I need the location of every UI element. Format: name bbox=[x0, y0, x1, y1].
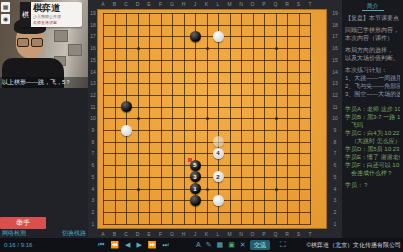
lesson-caption-overlay: 以上棋形——跳，飞，5？ bbox=[0, 77, 88, 88]
move-navigation-buttons: ⏮⏪◀▶⏩⏭ bbox=[98, 238, 169, 252]
stone-white-L5: 2 bbox=[213, 171, 224, 182]
board-tool-icon[interactable]: ▦ bbox=[217, 238, 224, 252]
webcam-background bbox=[54, 30, 68, 42]
grid-line-vertical bbox=[264, 13, 265, 225]
column-label-bottom: D bbox=[134, 231, 142, 238]
row-label-left: 8 bbox=[88, 139, 98, 146]
channel-logo-banner: 棋 棋弈道 少儿围棋公开课 名师直播讲堂 bbox=[20, 2, 82, 27]
row-label-left: 1 bbox=[88, 221, 98, 228]
row-label-left: 4 bbox=[88, 186, 98, 193]
grid-line-horizontal bbox=[103, 165, 311, 166]
stone-black-J5: 3 bbox=[190, 171, 201, 182]
star-point bbox=[275, 47, 278, 50]
chat-message: 学员B：黑3-7 一路 10:21 bbox=[345, 113, 400, 121]
star-point bbox=[275, 188, 278, 191]
chat-message: 学员D：黑5后 10:23 要 bbox=[345, 145, 400, 153]
row-label-right: 7 bbox=[330, 150, 340, 157]
erase-tool-icon[interactable]: ✕ bbox=[240, 238, 246, 252]
tab-lesson-info[interactable]: 简介 bbox=[362, 2, 384, 11]
star-point bbox=[137, 117, 140, 120]
row-label-right: 1 bbox=[330, 221, 340, 228]
column-label-bottom: A bbox=[99, 231, 107, 238]
grid-line-vertical bbox=[149, 13, 150, 225]
lesson-intro-text: 【复盘】本节课要点回顾已学棋形内容，本次内容（课件）布局方向的选择，以及大场价值… bbox=[345, 14, 400, 98]
column-label-bottom: S bbox=[295, 231, 303, 238]
intro-line: 1、大跳——一间跳用法 bbox=[345, 74, 400, 82]
column-label-bottom: K bbox=[203, 231, 211, 238]
area-tool-icon[interactable]: ▣ bbox=[228, 238, 235, 252]
row-label-right: 10 bbox=[330, 115, 340, 122]
grid-line-horizontal bbox=[103, 177, 311, 178]
intro-line: 【复盘】本节课要点 bbox=[345, 14, 400, 22]
move-number: 4 bbox=[216, 150, 219, 156]
chat-message: 学员C：白4为 10:22 bbox=[345, 129, 400, 137]
left-links-row: 网络检测切换线路 bbox=[2, 229, 86, 237]
grid-line-vertical bbox=[126, 13, 127, 225]
intro-line: 回顾已学棋形内容， bbox=[345, 26, 400, 34]
chat-message: 会连成什么样？ bbox=[345, 169, 400, 177]
row-label-left: 16 bbox=[88, 45, 98, 52]
ghost-stone-white-L8 bbox=[213, 136, 224, 147]
chat-message: 学员：？ bbox=[345, 181, 400, 189]
column-label-bottom: H bbox=[180, 231, 188, 238]
column-label-top: D bbox=[134, 1, 142, 8]
playback-time: 0:16 / 9:16 bbox=[4, 238, 32, 252]
chat-messages: 学员A：老师 这步 10:21学员B：黑3-7 一路 10:21 飞吗学员C：白… bbox=[345, 105, 400, 189]
grid-line-horizontal bbox=[103, 130, 311, 131]
column-label-bottom: C bbox=[122, 231, 130, 238]
grid-line-horizontal bbox=[103, 224, 311, 225]
column-label-top: G bbox=[168, 1, 176, 8]
glasses-left-lens bbox=[17, 38, 29, 47]
column-label-bottom: T bbox=[306, 231, 314, 238]
stone-white-L17 bbox=[213, 31, 224, 42]
first-move-icon[interactable]: ⏮ bbox=[98, 238, 104, 252]
intro-line: 本次内容（课件） bbox=[345, 34, 400, 42]
column-label-top: K bbox=[203, 1, 211, 8]
column-label-bottom: P bbox=[260, 231, 268, 238]
grid-line-vertical bbox=[287, 13, 288, 225]
grid-line-vertical bbox=[253, 13, 254, 225]
row-label-right: 15 bbox=[330, 57, 340, 64]
stone-white-L3 bbox=[213, 195, 224, 206]
prev-move-icon[interactable]: ◀ bbox=[125, 238, 130, 252]
move-number: 5 bbox=[193, 162, 196, 168]
column-label-top: R bbox=[283, 1, 291, 8]
fullscreen-icon[interactable]: ⛶ bbox=[280, 238, 286, 252]
copyright-watermark: ©棋弈道（北京）文化传播有限公司 bbox=[307, 238, 401, 252]
column-label-bottom: J bbox=[191, 231, 199, 238]
stone-black-C11 bbox=[121, 101, 132, 112]
column-label-top: M bbox=[226, 1, 234, 8]
column-label-top: O bbox=[249, 1, 257, 8]
discuss-button[interactable]: 交流 bbox=[250, 240, 270, 250]
grid-line-vertical bbox=[299, 13, 300, 225]
stone-black-J17 bbox=[190, 31, 201, 42]
pencil-tool-icon[interactable]: ✎ bbox=[206, 238, 212, 252]
grid-line-vertical bbox=[115, 13, 116, 225]
row-label-right: 9 bbox=[330, 127, 340, 134]
column-label-bottom: O bbox=[249, 231, 257, 238]
stone-black-J4: 1 bbox=[190, 183, 201, 194]
go-board[interactable] bbox=[97, 9, 327, 229]
column-label-top: Q bbox=[272, 1, 280, 8]
stone-black-J3 bbox=[190, 195, 201, 206]
row-label-right: 2 bbox=[330, 209, 340, 216]
overlay-message-icon[interactable]: ◉ bbox=[1, 14, 10, 24]
back-5-icon[interactable]: ⏪ bbox=[110, 238, 119, 252]
row-label-left: 18 bbox=[88, 22, 98, 29]
stone-black-J6: 5 bbox=[190, 160, 201, 171]
column-label-top: F bbox=[157, 1, 165, 8]
text-tool-icon[interactable]: A bbox=[196, 238, 201, 252]
stone-white-L7: 4 bbox=[213, 148, 224, 159]
chat-message: 学员E：懂了 谢谢老师！ bbox=[345, 153, 400, 161]
column-label-top: J bbox=[191, 1, 199, 8]
column-label-bottom: R bbox=[283, 231, 291, 238]
row-label-right: 11 bbox=[330, 104, 340, 111]
grid-line-vertical bbox=[230, 13, 231, 225]
move-number: 2 bbox=[216, 174, 219, 180]
star-point bbox=[137, 188, 140, 191]
intro-line: 3、围空——大场的选择 bbox=[345, 90, 400, 98]
logo-subtitle-2: 名师直播讲堂 bbox=[33, 20, 80, 26]
annotation-tools: A✎▦▣✕ bbox=[196, 238, 246, 252]
forward-5-icon[interactable]: ⏩ bbox=[148, 238, 157, 252]
row-label-left: 5 bbox=[88, 174, 98, 181]
column-label-bottom: F bbox=[157, 231, 165, 238]
column-label-top: T bbox=[306, 1, 314, 8]
column-label-top: N bbox=[237, 1, 245, 8]
intro-line: 2、飞与尖——角部应对 bbox=[345, 82, 400, 90]
grid-line-vertical bbox=[172, 13, 173, 225]
star-point bbox=[206, 117, 209, 120]
app-window: 棋 棋弈道 少儿围棋公开课 名师直播讲堂 ▦ ◉ 以上棋形——跳，飞，5？ 举手… bbox=[0, 0, 403, 252]
intro-line: 布局方向的选择， bbox=[345, 46, 400, 54]
row-label-right: 3 bbox=[330, 197, 340, 204]
row-label-left: 7 bbox=[88, 150, 98, 157]
column-label-bottom: L bbox=[214, 231, 222, 238]
row-label-left: 15 bbox=[88, 57, 98, 64]
column-label-top: C bbox=[122, 1, 130, 8]
grid-line-vertical bbox=[218, 13, 219, 225]
row-label-right: 13 bbox=[330, 80, 340, 87]
chat-message: 学员A：老师 这步 10:21 bbox=[345, 105, 400, 113]
chat-message: 飞吗 bbox=[345, 121, 400, 129]
row-label-right: 4 bbox=[330, 186, 340, 193]
grid-line-horizontal bbox=[103, 142, 311, 143]
column-label-bottom: N bbox=[237, 231, 245, 238]
right-panel: 简介 【复盘】本节课要点回顾已学棋形内容，本次内容（课件）布局方向的选择，以及大… bbox=[342, 0, 403, 252]
row-label-left: 3 bbox=[88, 197, 98, 204]
last-move-icon[interactable]: ⏭ bbox=[163, 238, 169, 252]
webcam-background bbox=[68, 44, 82, 56]
row-label-right: 18 bbox=[330, 22, 340, 29]
teacher-webcam-video[interactable]: 棋 棋弈道 少儿围棋公开课 名师直播讲堂 ▦ ◉ bbox=[0, 0, 88, 88]
column-label-bottom: M bbox=[226, 231, 234, 238]
row-label-right: 8 bbox=[330, 139, 340, 146]
grid-line-vertical bbox=[184, 13, 185, 225]
move-number: 1 bbox=[193, 186, 196, 192]
playback-toolbar: 0:16 / 9:16 ⏮⏪◀▶⏩⏭ A✎▦▣✕ 交流 ⛶ ©棋弈道（北京）文化… bbox=[0, 238, 403, 252]
column-label-top: S bbox=[295, 1, 303, 8]
network-check-link[interactable]: 网络检测 bbox=[2, 229, 26, 237]
left-panel: 棋 棋弈道 少儿围棋公开课 名师直播讲堂 ▦ ◉ 以上棋形——跳，飞，5？ 举手… bbox=[0, 0, 88, 238]
row-label-right: 5 bbox=[330, 174, 340, 181]
row-label-left: 10 bbox=[88, 115, 98, 122]
row-label-right: 12 bbox=[330, 92, 340, 99]
grid-line-vertical bbox=[310, 13, 311, 225]
row-label-right: 6 bbox=[330, 162, 340, 169]
glasses-right-lens bbox=[31, 38, 43, 47]
star-point bbox=[206, 47, 209, 50]
row-label-left: 17 bbox=[88, 33, 98, 40]
grid-line-horizontal bbox=[103, 200, 311, 201]
grid-line-horizontal bbox=[103, 153, 311, 154]
logo-texts: 棋弈道 少儿围棋公开课 名师直播讲堂 bbox=[31, 2, 82, 27]
raise-hand-button[interactable]: 举手 bbox=[0, 217, 46, 229]
last-move-marker bbox=[188, 158, 192, 162]
column-label-bottom: G bbox=[168, 231, 176, 238]
column-label-top: P bbox=[260, 1, 268, 8]
column-label-top: E bbox=[145, 1, 153, 8]
row-label-left: 13 bbox=[88, 80, 98, 87]
logo-block: 棋 bbox=[20, 2, 31, 27]
row-label-left: 2 bbox=[88, 209, 98, 216]
column-label-bottom: E bbox=[145, 231, 153, 238]
column-label-top: L bbox=[214, 1, 222, 8]
row-label-left: 6 bbox=[88, 162, 98, 169]
intro-line: 本次练习计划： bbox=[345, 66, 400, 74]
chat-message: （大跳时 怎么应） bbox=[345, 137, 400, 145]
row-label-right: 19 bbox=[330, 10, 340, 17]
row-label-left: 19 bbox=[88, 10, 98, 17]
row-label-right: 16 bbox=[330, 45, 340, 52]
row-label-left: 12 bbox=[88, 92, 98, 99]
column-label-top: A bbox=[99, 1, 107, 8]
intro-line: 以及大场价值判断。 bbox=[345, 54, 400, 62]
column-label-top: B bbox=[111, 1, 119, 8]
next-move-icon[interactable]: ▶ bbox=[136, 238, 141, 252]
row-label-left: 14 bbox=[88, 69, 98, 76]
star-point bbox=[137, 47, 140, 50]
row-label-right: 17 bbox=[330, 33, 340, 40]
grid-line-vertical bbox=[161, 13, 162, 225]
row-label-left: 9 bbox=[88, 127, 98, 134]
star-point bbox=[275, 117, 278, 120]
logo-title: 棋弈道 bbox=[33, 3, 80, 14]
row-label-right: 14 bbox=[330, 69, 340, 76]
star-point bbox=[206, 188, 209, 191]
switch-line-link[interactable]: 切换线路 bbox=[62, 229, 86, 237]
row-label-left: 11 bbox=[88, 104, 98, 111]
board-panel: AABBCCDDEEFFGGHHJJKKLLMMNNOOPPQQRRSSTT19… bbox=[88, 0, 342, 238]
column-label-bottom: B bbox=[111, 231, 119, 238]
column-label-bottom: Q bbox=[272, 231, 280, 238]
overlay-app-icon[interactable]: ▦ bbox=[1, 2, 10, 12]
stone-white-C9 bbox=[121, 125, 132, 136]
grid-line-vertical bbox=[103, 13, 104, 225]
grid-line-horizontal bbox=[103, 212, 311, 213]
column-label-top: H bbox=[180, 1, 188, 8]
chat-message: 学员F：白还可以 10:24 bbox=[345, 161, 400, 169]
move-number: 3 bbox=[193, 174, 196, 180]
grid-line-vertical bbox=[241, 13, 242, 225]
